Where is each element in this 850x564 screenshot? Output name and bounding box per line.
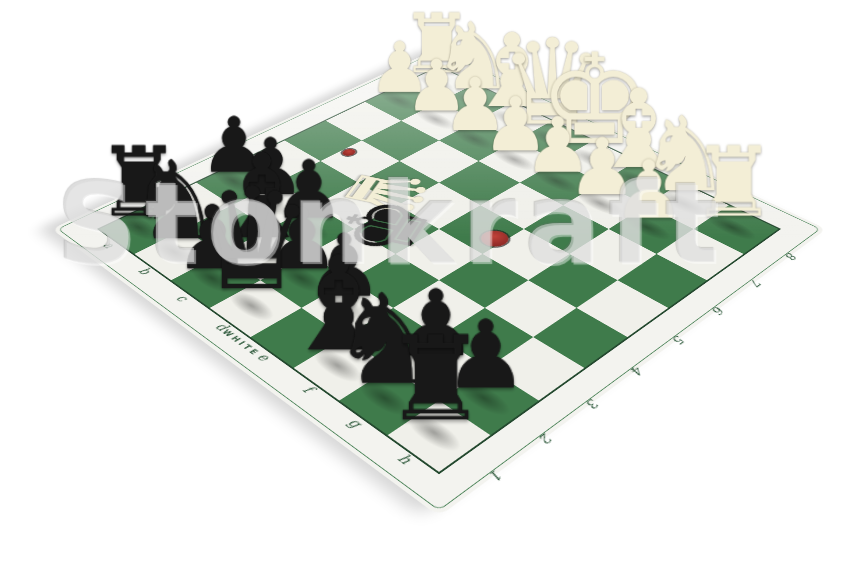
vinyl-mat: abcdefgh12345678 WHITE ♛♚♜♞♝♛♚♝♞♜♟♟♟♟♟♟♟… <box>52 48 827 517</box>
chess-board: abcdefgh12345678 WHITE ♛♚♜♞♝♛♚♝♞♜♟♟♟♟♟♟♟… <box>52 48 827 517</box>
pieces-layer: ♛♚♜♞♝♛♚♝♞♜♟♟♟♟♟♟♟♟♟♟♝♟♟♟♟♜♞♟♛♝♞♜ <box>52 48 827 517</box>
red-felt-base-black-king <box>475 227 514 249</box>
white-pawn-glyph: ♟ <box>579 150 719 230</box>
black-rook-glyph: ♜ <box>351 321 521 437</box>
chess-set-product-photo: abcdefgh12345678 WHITE ♛♚♜♞♝♛♚♝♞♜♟♟♟♟♟♟♟… <box>0 0 850 564</box>
